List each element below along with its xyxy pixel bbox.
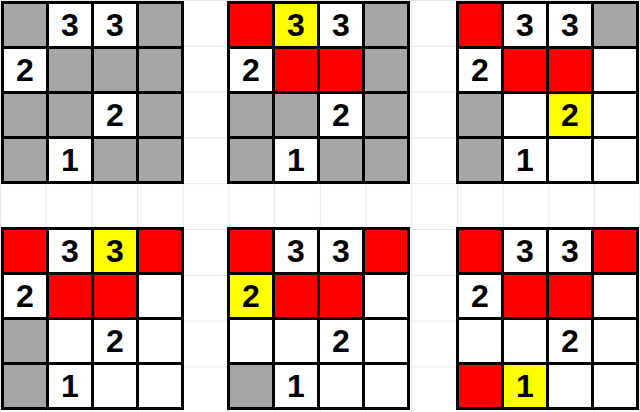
- cell-r1c2-empty-clue-3: 3: [49, 230, 91, 272]
- cell-r1c1-filled: [230, 230, 272, 272]
- cell-r3c4-empty: [594, 94, 636, 136]
- cell-r1c3-empty-clue-3: 3: [320, 230, 362, 272]
- cell-r2c2-filled: [275, 275, 317, 317]
- cell-r4c2-empty-clue-1: 1: [275, 139, 317, 181]
- cell-r1c2-empty-clue-3: 3: [275, 230, 317, 272]
- cell-r3c3-empty-clue-2: 2: [549, 320, 591, 362]
- cell-r3c4-empty: [365, 320, 407, 362]
- cell-r3c1-unknown: [4, 320, 46, 362]
- cell-r1c1-filled: [459, 230, 501, 272]
- cell-r2c4-unknown: [365, 49, 407, 91]
- cell-r3c4-empty: [139, 320, 181, 362]
- cell-r4c1-filled: [459, 365, 501, 407]
- cell-r4c2-empty-clue-1: 1: [49, 365, 91, 407]
- cell-r2c1-empty-clue-2: 2: [4, 275, 46, 317]
- cell-r3c1-empty: [459, 320, 501, 362]
- board-panel-6: 33221: [456, 227, 639, 410]
- cell-r2c3-filled: [94, 275, 136, 317]
- cell-r1c1-unknown: [4, 4, 46, 46]
- cell-r1c4-unknown: [139, 4, 181, 46]
- cell-r3c4-empty: [594, 320, 636, 362]
- cell-r4c3-unknown: [320, 139, 362, 181]
- cell-r4c3-empty: [549, 139, 591, 181]
- cell-r3c2-empty: [504, 320, 546, 362]
- cell-r4c3-empty: [549, 365, 591, 407]
- cell-r2c2-unknown: [49, 49, 91, 91]
- cell-r2c1-empty-clue-2: 2: [459, 275, 501, 317]
- cell-r2c3-filled: [320, 275, 362, 317]
- cell-r4c2-highlight-clue-1: 1: [504, 365, 546, 407]
- cell-r4c4-unknown: [139, 139, 181, 181]
- cell-r4c2-empty-clue-1: 1: [275, 365, 317, 407]
- cell-r2c1-empty-clue-2: 2: [4, 49, 46, 91]
- cell-r3c2-empty: [275, 320, 317, 362]
- cell-r4c1-unknown: [230, 365, 272, 407]
- cell-r2c3-filled: [549, 275, 591, 317]
- cell-r4c4-empty: [365, 365, 407, 407]
- board-panel-5: 33221: [227, 227, 410, 410]
- cell-r1c3-empty-clue-3: 3: [549, 4, 591, 46]
- cell-r3c3-empty-clue-2: 2: [320, 94, 362, 136]
- cell-r4c2-empty-clue-1: 1: [504, 139, 546, 181]
- cell-r4c1-unknown: [4, 139, 46, 181]
- cell-r3c2-empty: [49, 320, 91, 362]
- cell-r2c2-filled: [275, 49, 317, 91]
- cell-r2c1-highlight-clue-2: 2: [230, 275, 272, 317]
- cell-r3c3-empty-clue-2: 2: [94, 320, 136, 362]
- cell-r3c2-empty: [504, 94, 546, 136]
- cell-r1c2-highlight-clue-3: 3: [275, 4, 317, 46]
- cell-r1c4-filled: [594, 230, 636, 272]
- cell-r3c2-unknown: [275, 94, 317, 136]
- cell-r3c3-empty-clue-2: 2: [94, 94, 136, 136]
- cell-r4c3-empty: [320, 365, 362, 407]
- cell-r1c1-filled: [459, 4, 501, 46]
- cell-r1c2-empty-clue-3: 3: [504, 230, 546, 272]
- cell-r4c3-empty: [94, 365, 136, 407]
- cell-r4c4-empty: [139, 365, 181, 407]
- cell-r1c4-filled: [365, 230, 407, 272]
- cell-r1c3-highlight-clue-3: 3: [94, 230, 136, 272]
- cell-r1c1-filled: [230, 4, 272, 46]
- cell-r3c3-empty-clue-2: 2: [320, 320, 362, 362]
- cell-r2c4-empty: [594, 275, 636, 317]
- board-panel-2: 33221: [227, 1, 410, 184]
- cell-r3c1-unknown: [4, 94, 46, 136]
- cell-r2c1-empty-clue-2: 2: [230, 49, 272, 91]
- cell-r4c3-unknown: [94, 139, 136, 181]
- cell-r4c2-empty-clue-1: 1: [49, 139, 91, 181]
- cell-r1c4-unknown: [365, 4, 407, 46]
- cell-r2c2-filled: [504, 275, 546, 317]
- cell-r2c2-filled: [504, 49, 546, 91]
- cell-r2c3-filled: [549, 49, 591, 91]
- cell-r3c3-highlight-clue-2: 2: [549, 94, 591, 136]
- cell-r2c4-empty: [139, 275, 181, 317]
- cell-r2c3-filled: [320, 49, 362, 91]
- cell-r1c4-unknown: [594, 4, 636, 46]
- cell-r1c2-empty-clue-3: 3: [49, 4, 91, 46]
- cell-r4c4-empty: [594, 365, 636, 407]
- cell-r2c4-unknown: [139, 49, 181, 91]
- cell-r3c1-unknown: [230, 94, 272, 136]
- cell-r2c4-empty: [365, 275, 407, 317]
- board-panel-3: 33221: [456, 1, 639, 184]
- cell-r1c2-empty-clue-3: 3: [504, 4, 546, 46]
- cell-r2c2-filled: [49, 275, 91, 317]
- cell-r1c1-filled: [4, 230, 46, 272]
- cell-r1c3-empty-clue-3: 3: [320, 4, 362, 46]
- cell-r4c1-unknown: [230, 139, 272, 181]
- cell-r3c1-unknown: [459, 94, 501, 136]
- cell-r2c3-unknown: [94, 49, 136, 91]
- cell-r2c1-empty-clue-2: 2: [459, 49, 501, 91]
- cell-r3c4-unknown: [139, 94, 181, 136]
- cell-r1c3-empty-clue-3: 3: [549, 230, 591, 272]
- cell-r4c1-unknown: [459, 139, 501, 181]
- cell-r3c4-unknown: [365, 94, 407, 136]
- cell-r2c4-empty: [594, 49, 636, 91]
- cell-r3c2-unknown: [49, 94, 91, 136]
- cell-r3c1-empty: [230, 320, 272, 362]
- cell-r4c1-unknown: [4, 365, 46, 407]
- cell-r4c4-empty: [594, 139, 636, 181]
- cell-r4c4-unknown: [365, 139, 407, 181]
- board-panel-1: 33221: [1, 1, 184, 184]
- board-panel-4: 33221: [1, 227, 184, 410]
- cell-r1c3-empty-clue-3: 3: [94, 4, 136, 46]
- cell-r1c4-filled: [139, 230, 181, 272]
- puzzle-solving-sequence-canvas: 33221 33221 33221 33221 33221 33221: [0, 0, 640, 412]
